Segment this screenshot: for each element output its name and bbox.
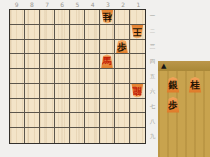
board-cell-5-9[interactable]: [70, 128, 85, 143]
board-cell-1-7[interactable]: [130, 99, 145, 114]
board-cell-1-5[interactable]: [130, 69, 145, 84]
board-cell-6-6[interactable]: [55, 84, 70, 99]
file-label: 8: [24, 1, 39, 8]
board-cell-2-6[interactable]: [115, 84, 130, 99]
board-cell-7-8[interactable]: [40, 113, 55, 128]
file-label: 1: [131, 1, 146, 8]
board-cell-3-4[interactable]: 馬: [100, 54, 115, 69]
sente-hand-pieces: 銀桂歩: [163, 77, 205, 117]
rank-label: 三: [149, 39, 157, 54]
board-cell-4-9[interactable]: [85, 128, 100, 143]
rank-label: 一: [149, 9, 157, 24]
board-cell-7-6[interactable]: [40, 84, 55, 99]
board-cell-5-7[interactable]: [70, 99, 85, 114]
file-label: 2: [116, 1, 131, 8]
board-cell-5-2[interactable]: [70, 25, 85, 40]
board-cell-3-3[interactable]: [100, 40, 115, 55]
board-grid: 桂王歩馬龍: [10, 10, 145, 143]
board-cell-2-4[interactable]: [115, 54, 130, 69]
board-cell-9-8[interactable]: [10, 113, 25, 128]
board-cell-4-8[interactable]: [85, 113, 100, 128]
board-cell-4-3[interactable]: [85, 40, 100, 55]
board-cell-8-7[interactable]: [25, 99, 40, 114]
board-cell-9-4[interactable]: [10, 54, 25, 69]
shogi-piece-promoted-bishop-34[interactable]: 馬: [101, 54, 114, 68]
rank-label: 七: [149, 99, 157, 114]
hand-piece-knight[interactable]: 桂: [188, 77, 202, 93]
board-cell-5-8[interactable]: [70, 113, 85, 128]
board-cell-2-2[interactable]: [115, 25, 130, 40]
board-cell-4-1[interactable]: [85, 10, 100, 25]
file-label: 9: [9, 1, 24, 8]
board-cell-3-9[interactable]: [100, 128, 115, 143]
rank-label: 五: [149, 69, 157, 84]
board-cell-9-6[interactable]: [10, 84, 25, 99]
board-cell-1-4[interactable]: [130, 54, 145, 69]
board-cell-8-5[interactable]: [25, 69, 40, 84]
file-labels: 987654321: [9, 1, 146, 8]
board-cell-4-6[interactable]: [85, 84, 100, 99]
rank-label: 四: [149, 54, 157, 69]
board-cell-7-9[interactable]: [40, 128, 55, 143]
hand-panel-header: ▲: [158, 61, 210, 71]
file-label: 6: [55, 1, 70, 8]
rank-label: 二: [149, 24, 157, 39]
board-cell-9-2[interactable]: [10, 25, 25, 40]
board-cell-6-2[interactable]: [55, 25, 70, 40]
board-cell-3-2[interactable]: [100, 25, 115, 40]
shogi-piece-pawn-23[interactable]: 歩: [116, 40, 129, 54]
rank-label: 六: [149, 84, 157, 99]
board-cell-2-5[interactable]: [115, 69, 130, 84]
board-cell-7-5[interactable]: [40, 69, 55, 84]
rank-labels: 一二三四五六七八九: [149, 9, 157, 144]
board-cell-1-9[interactable]: [130, 128, 145, 143]
board-cell-9-3[interactable]: [10, 40, 25, 55]
board-cell-3-8[interactable]: [100, 113, 115, 128]
board-cell-2-9[interactable]: [115, 128, 130, 143]
board-cell-8-6[interactable]: [25, 84, 40, 99]
board-cell-5-3[interactable]: [70, 40, 85, 55]
board-cell-6-8[interactable]: [55, 113, 70, 128]
board-cell-6-3[interactable]: [55, 40, 70, 55]
shogi-piece-knight-31[interactable]: 桂: [101, 10, 114, 24]
hand-piece-pawn[interactable]: 歩: [166, 97, 180, 113]
board-cell-9-5[interactable]: [10, 69, 25, 84]
board-cell-6-1[interactable]: [55, 10, 70, 25]
board-cell-7-1[interactable]: [40, 10, 55, 25]
board-cell-4-5[interactable]: [85, 69, 100, 84]
board-cell-6-5[interactable]: [55, 69, 70, 84]
file-label: 7: [39, 1, 54, 8]
board-cell-5-1[interactable]: [70, 10, 85, 25]
board-cell-4-7[interactable]: [85, 99, 100, 114]
file-label: 3: [100, 1, 115, 8]
shogi-board: 桂王歩馬龍: [9, 9, 146, 144]
board-cell-8-2[interactable]: [25, 25, 40, 40]
board-cell-4-2[interactable]: [85, 25, 100, 40]
board-cell-6-4[interactable]: [55, 54, 70, 69]
board-cell-2-3[interactable]: 歩: [115, 40, 130, 55]
board-cell-1-1[interactable]: [130, 10, 145, 25]
board-cell-1-6[interactable]: 龍: [130, 84, 145, 99]
board-cell-3-1[interactable]: 桂: [100, 10, 115, 25]
board-cell-3-6[interactable]: [100, 84, 115, 99]
board-cell-7-2[interactable]: [40, 25, 55, 40]
board-cell-9-7[interactable]: [10, 99, 25, 114]
board-cell-7-3[interactable]: [40, 40, 55, 55]
board-cell-8-8[interactable]: [25, 113, 40, 128]
file-label: 5: [70, 1, 85, 8]
rank-label: 八: [149, 114, 157, 129]
board-cell-7-4[interactable]: [40, 54, 55, 69]
hand-piece-silver[interactable]: 銀: [166, 77, 180, 93]
shogi-piece-king-12[interactable]: 王: [131, 25, 144, 39]
board-cell-8-3[interactable]: [25, 40, 40, 55]
sente-marker-icon: ▲: [161, 61, 166, 71]
rank-label: 九: [149, 129, 157, 144]
board-cell-1-2[interactable]: 王: [130, 25, 145, 40]
sente-hand-panel: ▲ 銀桂歩: [158, 61, 210, 157]
board-cell-8-1[interactable]: [25, 10, 40, 25]
board-cell-8-4[interactable]: [25, 54, 40, 69]
board-cell-5-5[interactable]: [70, 69, 85, 84]
board-cell-9-9[interactable]: [10, 128, 25, 143]
board-cell-9-1[interactable]: [10, 10, 25, 25]
board-cell-1-3[interactable]: [130, 40, 145, 55]
board-cell-7-7[interactable]: [40, 99, 55, 114]
board-cell-2-8[interactable]: [115, 113, 130, 128]
board-cell-2-7[interactable]: [115, 99, 130, 114]
board-cell-2-1[interactable]: [115, 10, 130, 25]
board-cell-3-5[interactable]: [100, 69, 115, 84]
board-cell-5-6[interactable]: [70, 84, 85, 99]
board-cell-1-8[interactable]: [130, 113, 145, 128]
board-cell-5-4[interactable]: [70, 54, 85, 69]
board-cell-3-7[interactable]: [100, 99, 115, 114]
board-cell-6-7[interactable]: [55, 99, 70, 114]
board-cell-6-9[interactable]: [55, 128, 70, 143]
board-cell-4-4[interactable]: [85, 54, 100, 69]
board-cell-8-9[interactable]: [25, 128, 40, 143]
file-label: 4: [85, 1, 100, 8]
shogi-piece-promoted-rook-16[interactable]: 龍: [131, 84, 144, 98]
